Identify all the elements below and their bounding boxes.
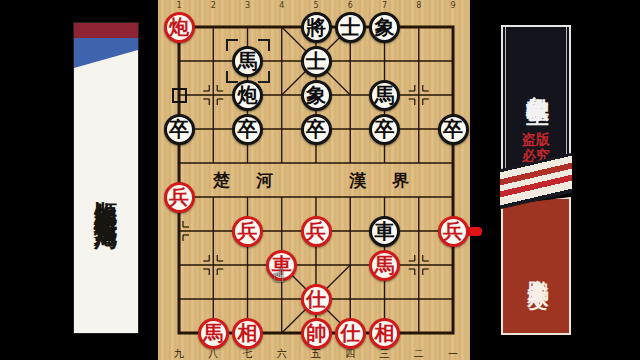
file-number-top: 5 <box>310 1 322 10</box>
river-label-left: 楚 河 <box>213 169 283 192</box>
right-brand-panel: 象棋教室 盗版 必究 金鹏十八变 <box>501 25 571 335</box>
opening-title-text: 順炮橫車破先士角炮局 <box>74 65 138 329</box>
piece-red-r9c3[interactable]: 相 <box>232 318 263 349</box>
piece-black-r2c3[interactable]: 炮 <box>232 80 263 111</box>
piece-black-r3c9[interactable]: 卒 <box>438 114 469 145</box>
piece-red-r9c6[interactable]: 仕 <box>335 318 366 349</box>
file-number-bottom: 六 <box>275 347 289 360</box>
piece-black-r0c5[interactable]: 將 <box>301 12 332 43</box>
left-title-banner: 順炮橫車破先士角炮局 <box>74 23 138 333</box>
file-number-top: 6 <box>344 1 356 10</box>
piece-red-r6c9[interactable]: 兵 <box>438 216 469 247</box>
piece-black-r3c3[interactable]: 卒 <box>232 114 263 145</box>
xiangqi-board[interactable]: 楚 河 漢 界 123456789 九八七六五四三二一 炮將士象馬士炮象馬卒卒卒… <box>158 0 470 360</box>
piece-black-r6c7[interactable]: 車 <box>369 216 400 247</box>
piece-red-r9c7[interactable]: 相 <box>369 318 400 349</box>
file-number-bottom: 九 <box>172 347 186 360</box>
banner-blue-band <box>74 38 138 68</box>
piece-black-r0c7[interactable]: 象 <box>369 12 400 43</box>
file-number-top: 9 <box>447 1 459 10</box>
file-number-top: 7 <box>379 1 391 10</box>
file-number-top: 3 <box>242 1 254 10</box>
banner-red-band <box>74 23 138 38</box>
stamp-line-1: 盗版 <box>501 131 571 147</box>
piece-red-r6c3[interactable]: 兵 <box>232 216 263 247</box>
piece-red-r6c5[interactable]: 兵 <box>301 216 332 247</box>
piece-black-r0c6[interactable]: 士 <box>335 12 366 43</box>
piece-black-r1c3[interactable]: 馬 <box>232 46 263 77</box>
piece-red-r7c7[interactable]: 馬 <box>369 250 400 281</box>
channel-title-text: 象棋教室 <box>501 29 571 133</box>
piece-black-r3c7[interactable]: 卒 <box>369 114 400 145</box>
file-number-bottom: 八 <box>206 347 220 360</box>
piece-red-r9c2[interactable]: 馬 <box>198 318 229 349</box>
piece-black-r3c5[interactable]: 卒 <box>301 114 332 145</box>
file-number-bottom: 二 <box>412 347 426 360</box>
file-number-bottom: 三 <box>378 347 392 360</box>
file-number-top: 1 <box>173 1 185 10</box>
piece-black-r3c1[interactable]: 卒 <box>164 114 195 145</box>
pointing-hand-icon: ☝ <box>273 264 285 286</box>
file-number-bottom: 七 <box>241 347 255 360</box>
piece-black-r2c5[interactable]: 象 <box>301 80 332 111</box>
file-number-top: 4 <box>276 1 288 10</box>
piece-red-r8c5[interactable]: 仕 <box>301 284 332 315</box>
piece-black-r1c5[interactable]: 士 <box>301 46 332 77</box>
last-move-from-marker <box>172 88 187 103</box>
file-number-top: 2 <box>207 1 219 10</box>
file-number-bottom: 四 <box>343 347 357 360</box>
river-label-right: 漢 界 <box>349 169 419 192</box>
piece-black-r2c7[interactable]: 馬 <box>369 80 400 111</box>
piece-red-r5c1[interactable]: 兵 <box>164 182 195 213</box>
file-number-top: 8 <box>413 1 425 10</box>
piece-red-r0c1[interactable]: 炮 <box>164 12 195 43</box>
series-title-text: 金鹏十八变 <box>501 203 571 333</box>
file-number-bottom: 一 <box>446 347 460 360</box>
file-number-bottom: 五 <box>309 347 323 360</box>
piece-red-r9c5[interactable]: 帥 <box>301 318 332 349</box>
